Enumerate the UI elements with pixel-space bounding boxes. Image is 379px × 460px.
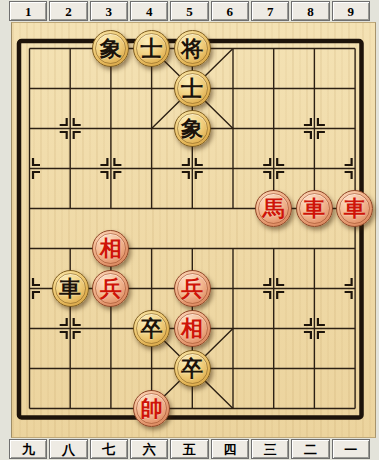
piece-red-soldier[interactable]: 兵 — [92, 270, 129, 307]
intersection-f8-r2[interactable] — [294, 109, 335, 149]
intersection-f5-r8[interactable]: 卒 — [172, 349, 213, 389]
intersection-f2-r7[interactable] — [50, 309, 91, 349]
bottom-file-button-bar: 九八七六五四三二一 — [9, 439, 370, 459]
piece-black-soldier[interactable]: 卒 — [133, 310, 170, 347]
file-button-bottom-2[interactable]: 八 — [49, 439, 87, 459]
piece-black-advisor[interactable]: 士 — [133, 30, 170, 67]
intersection-f5-r5[interactable] — [172, 229, 213, 269]
file-button-top-8[interactable]: 8 — [291, 1, 329, 21]
intersection-f1-r3[interactable] — [9, 149, 50, 189]
intersection-f6-r2[interactable] — [212, 109, 253, 149]
intersection-f5-r4[interactable] — [172, 189, 213, 229]
file-button-bottom-4[interactable]: 六 — [130, 439, 168, 459]
file-button-bottom-6[interactable]: 四 — [211, 439, 249, 459]
piece-black-elephant[interactable]: 象 — [92, 30, 129, 67]
intersection-f1-r9[interactable] — [9, 389, 50, 429]
intersection-f7-r6[interactable] — [253, 269, 294, 309]
intersection-f7-r3[interactable] — [253, 149, 294, 189]
intersection-f9-r5[interactable] — [335, 229, 376, 269]
intersection-f4-r4[interactable] — [131, 189, 172, 229]
file-button-top-6[interactable]: 6 — [211, 1, 249, 21]
intersection-f2-r6[interactable]: 車 — [50, 269, 91, 309]
intersection-f7-r8[interactable] — [253, 349, 294, 389]
file-button-top-1[interactable]: 1 — [9, 1, 47, 21]
intersection-f9-r7[interactable] — [335, 309, 376, 349]
intersection-f5-r1[interactable]: 士 — [172, 69, 213, 109]
intersection-f1-r4[interactable] — [9, 189, 50, 229]
intersection-f8-r7[interactable] — [294, 309, 335, 349]
piece-red-chariot[interactable]: 車 — [336, 190, 373, 227]
intersection-f3-r9[interactable] — [90, 389, 131, 429]
intersection-f2-r4[interactable] — [50, 189, 91, 229]
intersection-f7-r7[interactable] — [253, 309, 294, 349]
intersection-f4-r8[interactable] — [131, 349, 172, 389]
piece-red-elephant[interactable]: 相 — [174, 310, 211, 347]
intersection-f3-r7[interactable] — [90, 309, 131, 349]
xiangqi-board: 象士将士象馬車車相車兵兵卒相卒帥 — [9, 29, 375, 429]
intersection-f4-r5[interactable] — [131, 229, 172, 269]
intersection-f1-r7[interactable] — [9, 309, 50, 349]
file-button-bottom-9[interactable]: 一 — [332, 439, 370, 459]
piece-black-elephant[interactable]: 象 — [174, 110, 211, 147]
intersection-f6-r4[interactable] — [212, 189, 253, 229]
piece-red-chariot[interactable]: 車 — [296, 190, 333, 227]
intersection-f4-r1[interactable] — [131, 69, 172, 109]
intersection-f1-r6[interactable] — [9, 269, 50, 309]
piece-black-chariot[interactable]: 車 — [52, 270, 89, 307]
file-button-top-7[interactable]: 7 — [251, 1, 289, 21]
intersection-f6-r7[interactable] — [212, 309, 253, 349]
intersection-f3-r5[interactable]: 相 — [90, 229, 131, 269]
intersection-f9-r0[interactable] — [335, 29, 376, 69]
file-button-top-3[interactable]: 3 — [90, 1, 128, 21]
intersection-f2-r8[interactable] — [50, 349, 91, 389]
intersection-f7-r1[interactable] — [253, 69, 294, 109]
intersection-f4-r3[interactable] — [131, 149, 172, 189]
intersection-f6-r3[interactable] — [212, 149, 253, 189]
intersection-f1-r1[interactable] — [9, 69, 50, 109]
intersection-f8-r1[interactable] — [294, 69, 335, 109]
intersection-f6-r1[interactable] — [212, 69, 253, 109]
intersection-f5-r6[interactable]: 兵 — [172, 269, 213, 309]
intersection-f4-r2[interactable] — [131, 109, 172, 149]
intersection-f5-r9[interactable] — [172, 389, 213, 429]
intersection-f2-r3[interactable] — [50, 149, 91, 189]
intersection-f8-r8[interactable] — [294, 349, 335, 389]
intersection-f2-r9[interactable] — [50, 389, 91, 429]
intersection-f4-r7[interactable]: 卒 — [131, 309, 172, 349]
intersection-f3-r1[interactable] — [90, 69, 131, 109]
intersection-f8-r5[interactable] — [294, 229, 335, 269]
intersection-f9-r4[interactable]: 車 — [335, 189, 376, 229]
intersection-f6-r0[interactable] — [212, 29, 253, 69]
intersection-f5-r3[interactable] — [172, 149, 213, 189]
intersection-f4-r9[interactable]: 帥 — [131, 389, 172, 429]
intersection-f4-r0[interactable]: 士 — [131, 29, 172, 69]
intersection-f6-r6[interactable] — [212, 269, 253, 309]
intersection-f2-r2[interactable] — [50, 109, 91, 149]
intersection-f9-r3[interactable] — [335, 149, 376, 189]
intersection-f7-r5[interactable] — [253, 229, 294, 269]
intersection-f2-r5[interactable] — [50, 229, 91, 269]
intersection-f6-r5[interactable] — [212, 229, 253, 269]
piece-red-elephant[interactable]: 相 — [92, 230, 129, 267]
piece-red-general[interactable]: 帥 — [133, 390, 170, 427]
intersection-f8-r0[interactable] — [294, 29, 335, 69]
intersection-f6-r8[interactable] — [212, 349, 253, 389]
intersection-f9-r6[interactable] — [335, 269, 376, 309]
file-button-bottom-8[interactable]: 二 — [291, 439, 329, 459]
intersection-f7-r4[interactable]: 馬 — [253, 189, 294, 229]
intersection-f7-r0[interactable] — [253, 29, 294, 69]
file-button-top-2[interactable]: 2 — [49, 1, 87, 21]
piece-black-general[interactable]: 将 — [174, 30, 211, 67]
intersection-f8-r6[interactable] — [294, 269, 335, 309]
intersection-f8-r3[interactable] — [294, 149, 335, 189]
file-button-bottom-1[interactable]: 九 — [9, 439, 47, 459]
intersection-f2-r0[interactable] — [50, 29, 91, 69]
intersection-f3-r8[interactable] — [90, 349, 131, 389]
file-button-bottom-3[interactable]: 七 — [90, 439, 128, 459]
intersection-f7-r9[interactable] — [253, 389, 294, 429]
piece-red-soldier[interactable]: 兵 — [174, 270, 211, 307]
intersection-f1-r2[interactable] — [9, 109, 50, 149]
intersection-f1-r8[interactable] — [9, 349, 50, 389]
file-button-top-4[interactable]: 4 — [130, 1, 168, 21]
intersection-f3-r3[interactable] — [90, 149, 131, 189]
intersection-f8-r9[interactable] — [294, 389, 335, 429]
intersection-f8-r4[interactable]: 車 — [294, 189, 335, 229]
intersection-f5-r0[interactable]: 将 — [172, 29, 213, 69]
intersection-f1-r5[interactable] — [9, 229, 50, 269]
intersection-f1-r0[interactable] — [9, 29, 50, 69]
intersection-f6-r9[interactable] — [212, 389, 253, 429]
intersection-f3-r0[interactable]: 象 — [90, 29, 131, 69]
piece-black-soldier[interactable]: 卒 — [174, 350, 211, 387]
intersection-f5-r7[interactable]: 相 — [172, 309, 213, 349]
piece-black-advisor[interactable]: 士 — [174, 70, 211, 107]
file-button-top-5[interactable]: 5 — [170, 1, 208, 21]
intersection-f9-r9[interactable] — [335, 389, 376, 429]
intersection-f3-r6[interactable]: 兵 — [90, 269, 131, 309]
piece-red-horse[interactable]: 馬 — [255, 190, 292, 227]
intersection-f9-r1[interactable] — [335, 69, 376, 109]
intersection-f4-r6[interactable] — [131, 269, 172, 309]
file-button-top-9[interactable]: 9 — [332, 1, 370, 21]
intersection-f9-r8[interactable] — [335, 349, 376, 389]
intersection-f5-r2[interactable]: 象 — [172, 109, 213, 149]
intersection-f9-r2[interactable] — [335, 109, 376, 149]
intersection-f3-r4[interactable] — [90, 189, 131, 229]
file-button-bottom-7[interactable]: 三 — [251, 439, 289, 459]
intersection-f3-r2[interactable] — [90, 109, 131, 149]
intersection-f2-r1[interactable] — [50, 69, 91, 109]
file-button-bottom-5[interactable]: 五 — [170, 439, 208, 459]
intersection-f7-r2[interactable] — [253, 109, 294, 149]
top-file-button-bar: 123456789 — [9, 1, 370, 21]
